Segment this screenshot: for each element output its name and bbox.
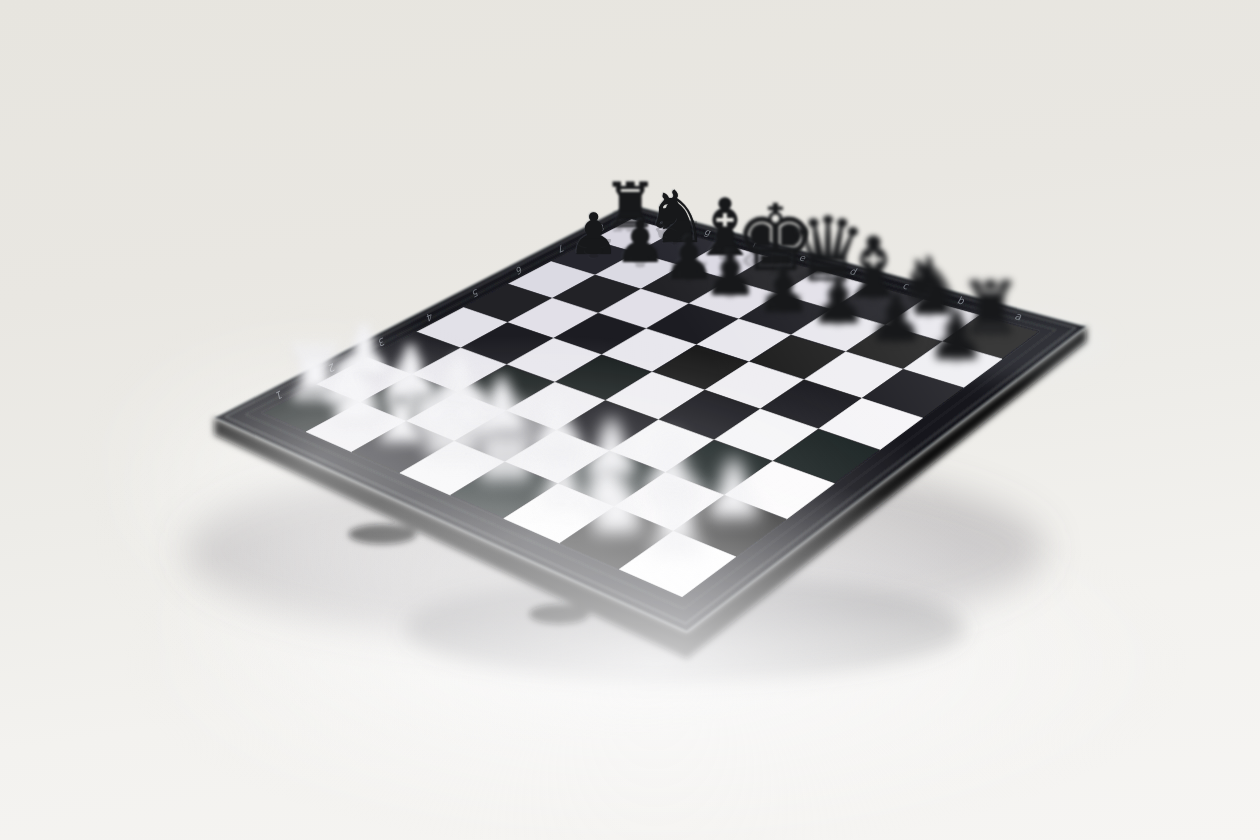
piece-reflection: ♟ <box>926 337 986 365</box>
pieces-layer: ♜♜♞♞♝♝♛♛♚♚♝♝♞♞♜♜♟♟♟♟♟♟♟♟♟♟♟♟♟♟♟♟♟♟♟♟♟♟♟♟… <box>0 0 1260 840</box>
piece-reflection: ♟ <box>703 275 758 300</box>
piece-black-pawn-c7[interactable]: ♟♟ <box>810 271 867 330</box>
piece-glyph: ♜ <box>635 479 717 564</box>
piece-reflection: ♟ <box>867 319 926 346</box>
piece-black-pawn-g7[interactable]: ♟♟ <box>614 216 666 270</box>
piece-black-pawn-a7[interactable]: ♟♟ <box>926 306 986 368</box>
piece-reflection: ♟ <box>755 291 811 317</box>
piece-white-rook-a1[interactable]: ♜ <box>635 479 717 564</box>
piece-black-pawn-e7[interactable]: ♟♟ <box>703 246 758 302</box>
piece-reflection: ♟ <box>614 244 666 268</box>
photo-scene: hgfedcba87654321 ♜♜♞♞♝♝♛♛♚♚♝♝♞♞♜♜♟♟♟♟♟♟♟… <box>0 0 1260 840</box>
piece-black-pawn-d7[interactable]: ♟♟ <box>755 261 811 319</box>
piece-reflection: ♟ <box>568 236 619 260</box>
piece-black-pawn-h7[interactable]: ♟♟ <box>568 209 619 262</box>
piece-black-pawn-b7[interactable]: ♟♟ <box>867 288 926 348</box>
piece-reflection: ♟ <box>810 301 867 327</box>
